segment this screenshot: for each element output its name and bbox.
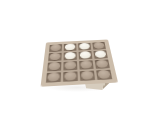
beige-cup bbox=[49, 53, 61, 60]
compartment-r1c2 bbox=[64, 43, 77, 51]
compartment-r3c2 bbox=[63, 61, 77, 70]
compartment-r1c4 bbox=[92, 42, 106, 50]
white-cup bbox=[65, 44, 76, 51]
product-photo bbox=[0, 0, 150, 125]
compartment-r2c2 bbox=[64, 52, 77, 60]
beige-cup bbox=[81, 71, 94, 80]
white-cup bbox=[80, 51, 92, 58]
beige-cup bbox=[64, 62, 76, 70]
compartment-r4c4 bbox=[96, 70, 112, 80]
white-cup bbox=[94, 51, 106, 58]
beige-cup bbox=[64, 72, 77, 81]
compartment-r3c3 bbox=[79, 60, 93, 69]
compartment-r3c4 bbox=[95, 60, 110, 69]
glass-rack bbox=[44, 36, 116, 96]
compartment-r2c4 bbox=[93, 50, 107, 58]
beige-cup bbox=[47, 73, 60, 82]
compartment-r2c1 bbox=[48, 53, 62, 62]
beige-cup bbox=[93, 42, 105, 49]
compartment-r4c2 bbox=[63, 71, 78, 81]
rack-top-surface bbox=[41, 39, 119, 86]
white-cup bbox=[65, 52, 76, 59]
beige-cup bbox=[48, 62, 60, 70]
beige-cup bbox=[96, 60, 109, 68]
compartment-r1c3 bbox=[78, 43, 91, 51]
compartment-r4c3 bbox=[80, 71, 95, 81]
compartment-r3c1 bbox=[47, 62, 61, 71]
white-cup bbox=[79, 43, 90, 50]
compartment-r2c3 bbox=[79, 51, 93, 59]
compartment-r1c1 bbox=[49, 44, 62, 52]
beige-cup bbox=[50, 45, 61, 52]
beige-cup bbox=[80, 61, 92, 69]
compartment-grid bbox=[41, 39, 119, 86]
compartment-r4c1 bbox=[46, 72, 61, 82]
beige-cup bbox=[97, 70, 111, 79]
